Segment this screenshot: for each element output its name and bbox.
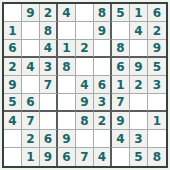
cell-r6c9[interactable]	[148, 94, 166, 112]
cell-r2c4[interactable]	[58, 22, 76, 40]
cell-r9c9[interactable]: 8	[148, 148, 166, 166]
cell-r2c3[interactable]: 8	[40, 22, 58, 40]
cell-r3c3[interactable]: 4	[40, 40, 58, 58]
cell-r8c6[interactable]	[94, 130, 112, 148]
cell-r6c3[interactable]	[40, 94, 58, 112]
cell-r6c5[interactable]: 9	[76, 94, 94, 112]
cell-r5c9[interactable]: 3	[148, 76, 166, 94]
cell-r7c6[interactable]: 2	[94, 112, 112, 130]
cell-r8c4[interactable]: 9	[58, 130, 76, 148]
cell-r2c5[interactable]	[76, 22, 94, 40]
cell-r2c1[interactable]: 1	[4, 22, 22, 40]
cell-r6c4[interactable]	[58, 94, 76, 112]
cell-r4c3[interactable]: 3	[40, 58, 58, 76]
cell-r5c1[interactable]: 9	[4, 76, 22, 94]
cell-r8c8[interactable]: 3	[130, 130, 148, 148]
cell-r7c1[interactable]: 4	[4, 112, 22, 130]
cell-r9c7[interactable]	[112, 148, 130, 166]
cell-r6c6[interactable]: 3	[94, 94, 112, 112]
sudoku-board: 9248516189426412892438695974612356937478…	[2, 2, 168, 168]
cell-r3c8[interactable]	[130, 40, 148, 58]
cell-r5c6[interactable]: 6	[94, 76, 112, 94]
cell-r5c2[interactable]	[22, 76, 40, 94]
cell-r6c8[interactable]	[130, 94, 148, 112]
cell-r8c2[interactable]: 2	[22, 130, 40, 148]
cell-r2c7[interactable]	[112, 22, 130, 40]
cell-r4c5[interactable]	[76, 58, 94, 76]
cell-r4c7[interactable]: 6	[112, 58, 130, 76]
cell-r2c6[interactable]: 9	[94, 22, 112, 40]
cell-r1c2[interactable]: 9	[22, 4, 40, 22]
cell-r1c6[interactable]: 8	[94, 4, 112, 22]
cell-r5c7[interactable]: 1	[112, 76, 130, 94]
cell-r8c7[interactable]: 4	[112, 130, 130, 148]
cell-r1c3[interactable]: 2	[40, 4, 58, 22]
cell-r8c3[interactable]: 6	[40, 130, 58, 148]
cell-r9c3[interactable]: 9	[40, 148, 58, 166]
cell-r3c9[interactable]: 9	[148, 40, 166, 58]
cell-r3c1[interactable]: 6	[4, 40, 22, 58]
cell-r7c2[interactable]: 7	[22, 112, 40, 130]
cell-r4c9[interactable]: 5	[148, 58, 166, 76]
cell-r1c4[interactable]: 4	[58, 4, 76, 22]
cell-r4c1[interactable]: 2	[4, 58, 22, 76]
cell-r7c9[interactable]: 1	[148, 112, 166, 130]
cell-r6c7[interactable]: 7	[112, 94, 130, 112]
cell-r7c7[interactable]: 9	[112, 112, 130, 130]
cell-r5c4[interactable]	[58, 76, 76, 94]
cell-r9c5[interactable]: 7	[76, 148, 94, 166]
cell-r3c4[interactable]: 1	[58, 40, 76, 58]
cell-r9c8[interactable]: 5	[130, 148, 148, 166]
cell-r3c5[interactable]: 2	[76, 40, 94, 58]
cell-r2c8[interactable]: 4	[130, 22, 148, 40]
cell-r5c5[interactable]: 4	[76, 76, 94, 94]
cell-r1c8[interactable]: 1	[130, 4, 148, 22]
cell-r3c7[interactable]: 8	[112, 40, 130, 58]
cell-r1c5[interactable]	[76, 4, 94, 22]
cell-r1c9[interactable]: 6	[148, 4, 166, 22]
cell-r1c7[interactable]: 5	[112, 4, 130, 22]
cell-r9c2[interactable]: 1	[22, 148, 40, 166]
cell-r4c4[interactable]: 8	[58, 58, 76, 76]
cell-r4c6[interactable]	[94, 58, 112, 76]
cell-r9c1[interactable]	[4, 148, 22, 166]
cell-r8c5[interactable]	[76, 130, 94, 148]
cell-r6c2[interactable]: 6	[22, 94, 40, 112]
cell-r4c2[interactable]: 4	[22, 58, 40, 76]
cell-r8c9[interactable]	[148, 130, 166, 148]
cell-r3c2[interactable]	[22, 40, 40, 58]
cell-r9c6[interactable]: 4	[94, 148, 112, 166]
cell-r6c1[interactable]: 5	[4, 94, 22, 112]
cell-r5c3[interactable]: 7	[40, 76, 58, 94]
cell-r2c2[interactable]	[22, 22, 40, 40]
cell-r5c8[interactable]: 2	[130, 76, 148, 94]
cell-r7c5[interactable]: 8	[76, 112, 94, 130]
cell-r7c4[interactable]	[58, 112, 76, 130]
cell-r8c1[interactable]	[4, 130, 22, 148]
cell-r2c9[interactable]: 2	[148, 22, 166, 40]
cell-r9c4[interactable]: 6	[58, 148, 76, 166]
cell-r7c8[interactable]	[130, 112, 148, 130]
cell-r3c6[interactable]	[94, 40, 112, 58]
cell-r4c8[interactable]: 9	[130, 58, 148, 76]
cell-r1c1[interactable]	[4, 4, 22, 22]
cell-r7c3[interactable]	[40, 112, 58, 130]
